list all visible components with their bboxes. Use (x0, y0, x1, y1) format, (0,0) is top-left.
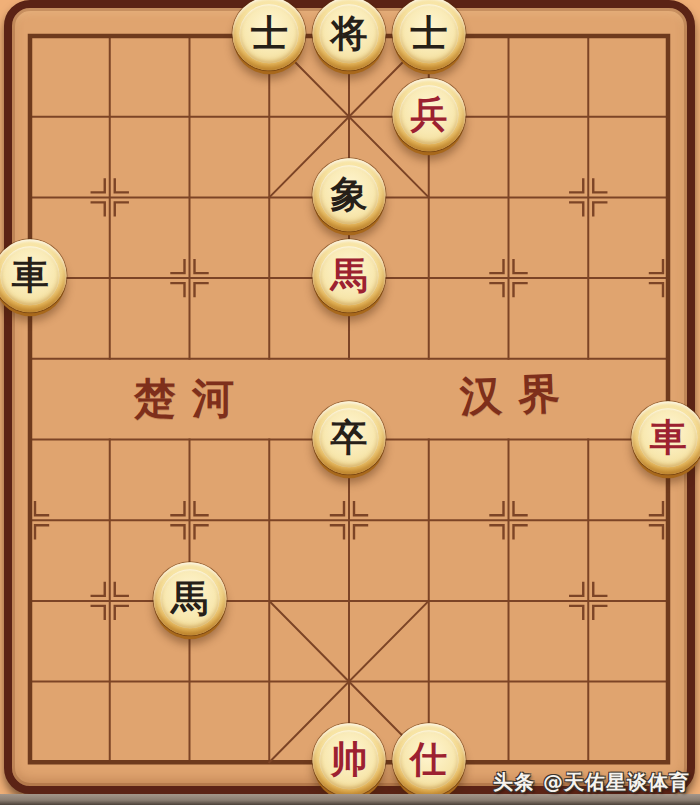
piece-black-general[interactable]: 将 (313, 0, 386, 70)
piece-black-advisor-left[interactable]: 士 (233, 0, 306, 70)
piece-character: 象 (331, 177, 368, 214)
piece-character: 士 (410, 15, 447, 52)
piece-character: 将 (331, 15, 368, 52)
piece-character: 士 (251, 15, 288, 52)
piece-character: 車 (12, 257, 49, 294)
piece-black-chariot[interactable]: 車 (0, 239, 67, 312)
piece-character: 車 (650, 419, 687, 456)
piece-red-soldier[interactable]: 兵 (392, 78, 465, 151)
piece-character: 馬 (171, 580, 208, 617)
piece-character: 仕 (410, 742, 447, 779)
watermark: 头条 @天佑星谈体育 (493, 769, 690, 796)
piece-black-soldier[interactable]: 卒 (313, 401, 386, 474)
piece-character: 兵 (410, 96, 447, 133)
piece-red-chariot[interactable]: 車 (632, 401, 700, 474)
piece-black-horse[interactable]: 馬 (153, 562, 226, 635)
piece-black-elephant[interactable]: 象 (313, 159, 386, 232)
piece-red-general[interactable]: 帅 (313, 724, 386, 797)
piece-character: 帅 (331, 742, 368, 779)
pieces-layer: 士将士兵象車馬卒車馬帅仕 (0, 0, 700, 805)
xiangqi-board-screenshot: 楚河 汉界 士将士兵象車馬卒車馬帅仕 头条 @天佑星谈体育 (0, 0, 700, 805)
piece-black-advisor-right[interactable]: 士 (392, 0, 465, 70)
piece-character: 馬 (331, 257, 368, 294)
piece-red-advisor[interactable]: 仕 (392, 724, 465, 797)
piece-character: 卒 (331, 419, 368, 456)
piece-red-horse[interactable]: 馬 (313, 239, 386, 312)
